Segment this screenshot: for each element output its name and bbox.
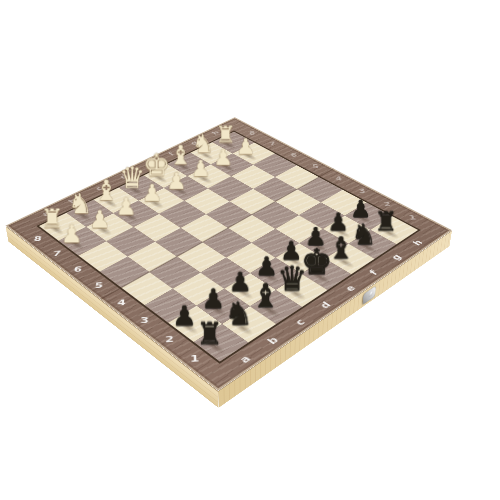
rank-label-far-4: 4 bbox=[335, 176, 343, 182]
product-photo: ♜♟♟♜♞♟♟♞♝♟♟♝♚♟♟♚♛♟♟♛♝♟♟♝♞♟♟♞♜♟♟♜ 8877665… bbox=[0, 0, 500, 500]
black-queen: ♛ bbox=[277, 262, 308, 296]
clasp-pin-icon bbox=[368, 290, 373, 298]
white-rook: ♜ bbox=[215, 123, 236, 146]
chess-board: ♜♟♟♜♞♟♟♞♝♟♟♝♚♟♟♚♛♟♟♛♝♟♟♝♞♟♟♞♜♟♟♜ 8877665… bbox=[5, 117, 452, 391]
black-rook: ♜ bbox=[374, 209, 398, 235]
black-pawn: ♟ bbox=[255, 253, 278, 279]
black-knight: ♞ bbox=[351, 220, 377, 249]
board-squares: ♜♟♟♜♞♟♟♞♝♟♟♝♚♟♟♚♛♟♟♛♝♟♟♝♞♟♟♞♜♟♟♜ bbox=[36, 130, 420, 363]
white-knight: ♞ bbox=[192, 132, 215, 157]
black-bishop: ♝ bbox=[251, 280, 280, 313]
black-pawn: ♟ bbox=[201, 285, 225, 312]
black-knight: ♞ bbox=[224, 298, 253, 330]
black-rook: ♜ bbox=[196, 319, 223, 350]
rank-label-near-3: 3 bbox=[140, 315, 149, 325]
white-pawn: ♟ bbox=[190, 158, 210, 180]
scene: ♜♟♟♜♞♟♟♞♝♟♟♝♚♟♟♚♛♟♟♛♝♟♟♝♞♟♟♞♜♟♟♜ 8877665… bbox=[0, 0, 500, 500]
white-bishop: ♝ bbox=[168, 142, 192, 169]
white-pawn: ♟ bbox=[236, 136, 255, 158]
white-pawn: ♟ bbox=[214, 147, 234, 169]
black-pawn: ♟ bbox=[228, 269, 252, 295]
white-pawn: ♟ bbox=[166, 170, 186, 193]
white-pawn: ♟ bbox=[142, 182, 163, 205]
white-pawn: ♟ bbox=[61, 222, 83, 247]
rank-label-far-7: 7 bbox=[269, 141, 276, 146]
rank-label-far-6: 6 bbox=[290, 152, 297, 157]
black-pawn: ♟ bbox=[172, 302, 197, 330]
rank-label-far-5: 5 bbox=[312, 164, 320, 170]
white-pawn: ♟ bbox=[116, 195, 137, 219]
white-pawn: ♟ bbox=[89, 208, 111, 232]
